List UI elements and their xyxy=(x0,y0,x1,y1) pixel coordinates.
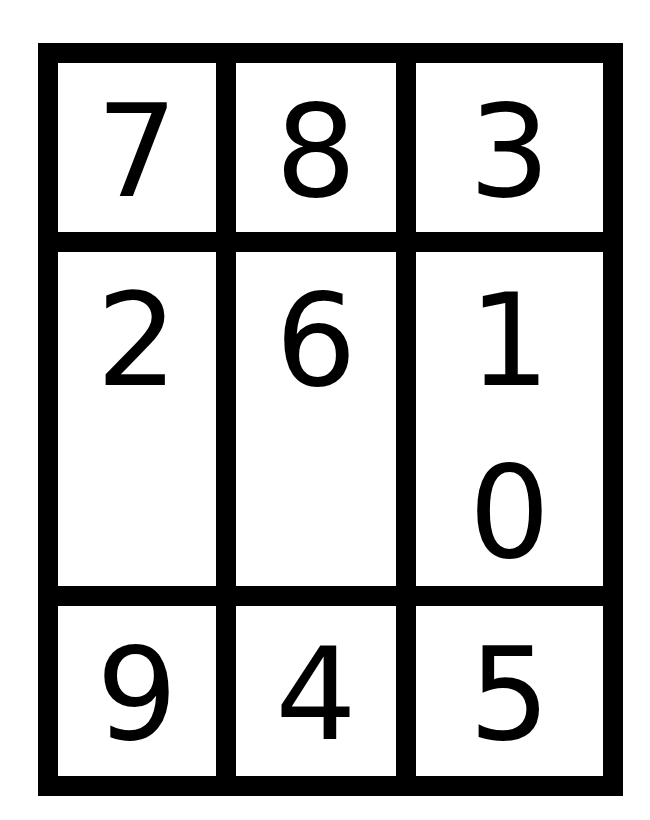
cell-value: 4 xyxy=(275,609,356,776)
cell-r2c1: 4 xyxy=(236,606,396,776)
cell-value: 9 xyxy=(96,609,177,776)
cell-r1c2: 10 xyxy=(416,252,603,586)
cell-value: 10 xyxy=(460,255,560,586)
cell-r0c1: 8 xyxy=(236,63,396,232)
cell-r2c0: 9 xyxy=(58,606,216,776)
cell-r1c1: 6 xyxy=(236,252,396,586)
number-grid-board: 7 8 3 2 6 10 9 4 5 xyxy=(38,43,623,796)
cell-value: 7 xyxy=(96,66,177,232)
cell-r1c0: 2 xyxy=(58,252,216,586)
cell-value: 6 xyxy=(275,255,356,427)
cell-r0c2: 3 xyxy=(416,63,603,232)
cell-r2c2: 5 xyxy=(416,606,603,776)
cell-r0c0: 7 xyxy=(58,63,216,232)
cell-value: 3 xyxy=(469,66,550,232)
cell-value: 8 xyxy=(275,66,356,232)
cell-value: 2 xyxy=(96,255,177,427)
cell-value: 5 xyxy=(469,609,550,776)
